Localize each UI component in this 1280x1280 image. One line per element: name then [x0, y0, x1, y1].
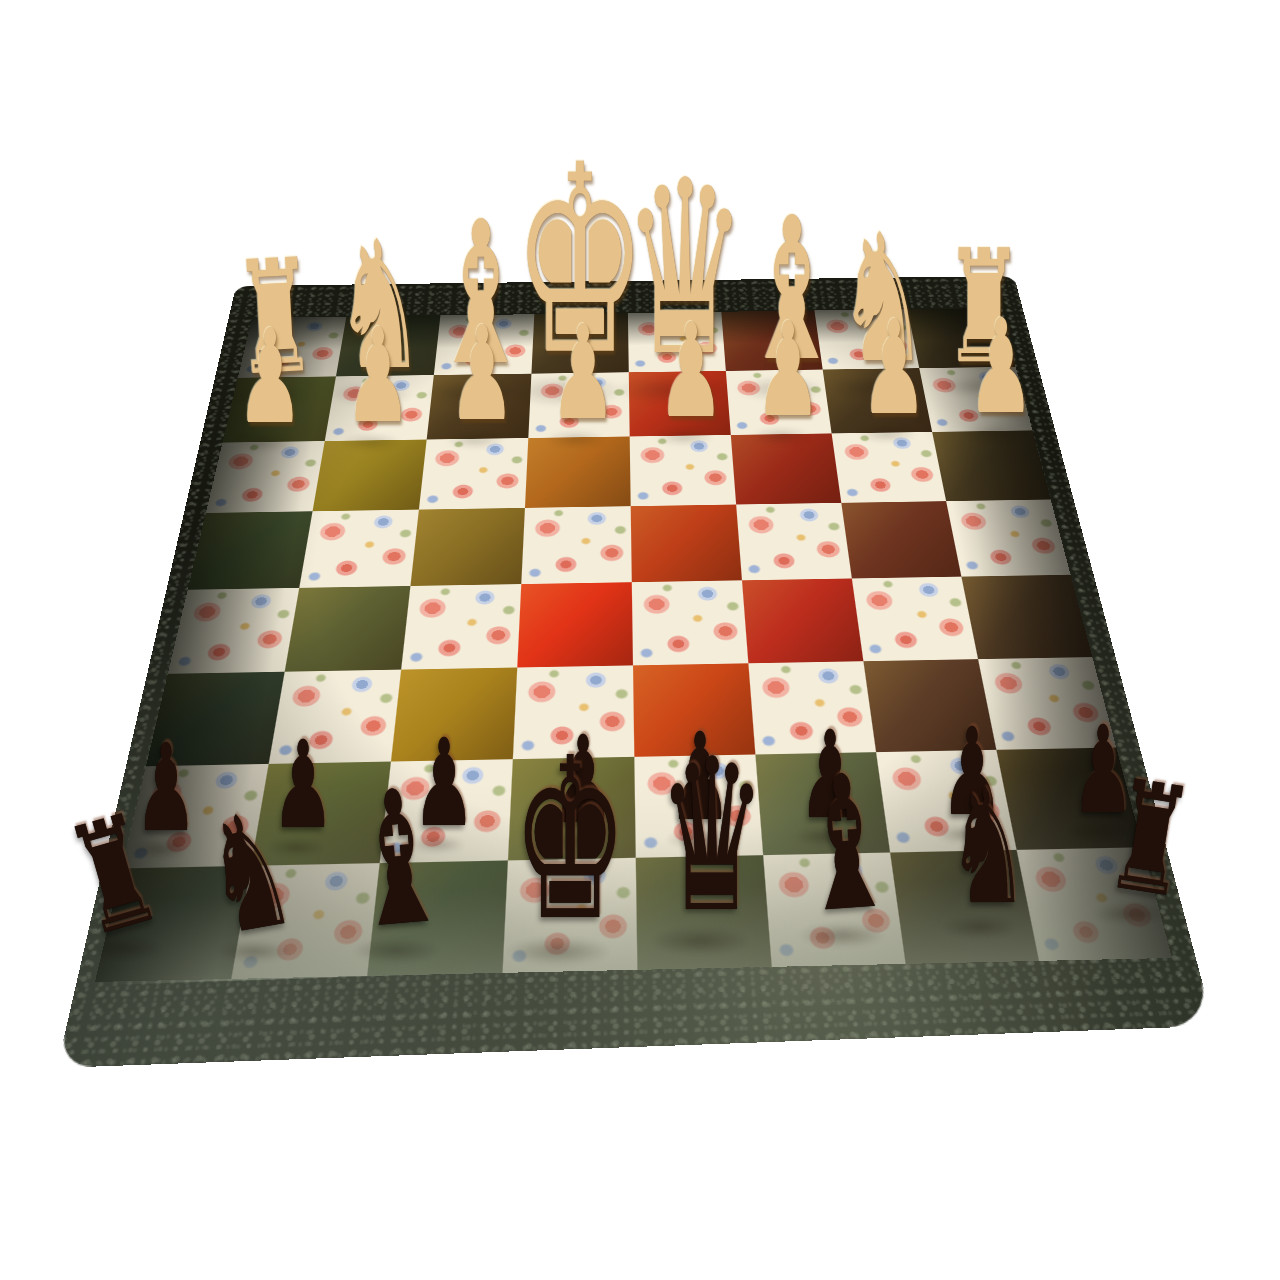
piece-white-pawn[interactable]: ♟ [861, 304, 928, 434]
piece-white-pawn[interactable]: ♟ [550, 309, 617, 439]
piece-white-pawn[interactable]: ♟ [967, 303, 1034, 433]
piece-black-bishop[interactable]: ♝ [342, 763, 453, 955]
piece-white-pawn[interactable]: ♟ [236, 313, 303, 443]
piece-white-pawn[interactable]: ♟ [448, 310, 515, 440]
piece-black-knight[interactable]: ♞ [947, 768, 1029, 927]
pieces-layer: ♜♞♝♛♚♝♞♜♟♟♟♟♟♟♟♟♟♟♟♟♟♟♟♟♜♞♝♛♚♝♞♜ [0, 0, 1280, 1280]
piece-white-pawn[interactable]: ♟ [754, 306, 821, 436]
piece-white-pawn[interactable]: ♟ [344, 312, 411, 442]
product-photo-scene: ♜♞♝♛♚♝♞♜♟♟♟♟♟♟♟♟♟♟♟♟♟♟♟♟♜♞♝♛♚♝♞♜ [0, 0, 1280, 1280]
piece-white-pawn[interactable]: ♟ [657, 307, 724, 437]
piece-black-bishop[interactable]: ♝ [792, 748, 900, 939]
piece-black-queen[interactable]: ♛ [657, 730, 766, 941]
piece-black-king[interactable]: ♚ [513, 728, 629, 952]
piece-black-pawn[interactable]: ♟ [135, 728, 198, 850]
